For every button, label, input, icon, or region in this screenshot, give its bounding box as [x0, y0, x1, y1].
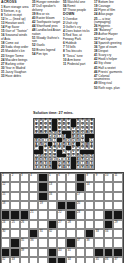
main-grid-cell[interactable] [76, 257, 85, 263]
solution-grid-cell: M [89, 165, 94, 169]
main-grid-cell[interactable] [104, 238, 113, 247]
main-grid-cell[interactable] [1, 238, 10, 247]
solution-letter: R [63, 162, 66, 164]
main-grid-cell[interactable] [10, 182, 19, 191]
clue-number: 50 [94, 86, 98, 90]
main-grid-cell[interactable]: 34 [104, 229, 113, 238]
solution-letter: M [72, 135, 75, 137]
main-grid-cell[interactable]: 29 [113, 220, 122, 229]
main-grid-cell[interactable]: 7 [66, 173, 75, 182]
solution-letter: T [58, 135, 61, 137]
main-grid-cell[interactable]: 37 [76, 238, 85, 247]
cell-number: 13 [49, 183, 52, 186]
main-grid-cell[interactable] [57, 192, 66, 201]
main-grid-black-cell [38, 192, 47, 201]
cell-number: 3 [21, 174, 23, 177]
solution-letter: E [86, 166, 89, 168]
solution-letter: R [63, 143, 66, 145]
cell-number: 33 [96, 230, 99, 233]
solution-letter: P [44, 147, 47, 149]
solution-letter: O [40, 120, 43, 122]
solution-letter: S [77, 120, 80, 122]
main-grid-cell[interactable]: 43 [10, 257, 19, 263]
main-grid-cell[interactable]: 15 [1, 192, 10, 201]
solution-letter: T [67, 120, 70, 122]
solution-letter: D [63, 124, 66, 126]
cell-number: 36 [30, 239, 33, 242]
main-grid-cell[interactable]: 42 [1, 257, 10, 263]
main-grid-black-cell [85, 229, 94, 238]
cell-number: 16 [49, 193, 52, 196]
main-grid-cell[interactable] [10, 229, 19, 238]
cell-number: 41 [68, 249, 71, 252]
main-grid-cell[interactable]: 28 [66, 220, 75, 229]
solution-letter: L [86, 124, 89, 126]
solution-letter: A [35, 143, 38, 145]
main-grid-cell[interactable] [104, 201, 113, 210]
main-grid-cell[interactable] [48, 210, 57, 219]
cell-number: 30 [2, 230, 5, 233]
solution-letter: O [44, 143, 47, 145]
main-grid-black-cell [48, 248, 57, 257]
solution-letter: G [58, 147, 61, 149]
main-grid-black-cell [66, 238, 75, 247]
main-grid-cell[interactable]: 41 [66, 248, 75, 257]
solution-letter: O [58, 162, 61, 164]
main-grid-cell[interactable]: 13 [48, 182, 57, 191]
main-grid-cell[interactable] [94, 201, 103, 210]
main-grid-cell[interactable]: 10 [104, 173, 113, 182]
main-grid-cell[interactable] [85, 248, 94, 257]
main-grid-cell[interactable] [20, 229, 29, 238]
solution-letter: A [90, 124, 93, 126]
solution-letter: M [35, 139, 38, 141]
solution-letter: E [90, 143, 93, 145]
cell-number: 8 [86, 174, 88, 177]
main-grid-cell[interactable] [94, 210, 103, 219]
solution-letter: I [44, 139, 47, 141]
solution-letter: O [40, 139, 43, 141]
solution-letter: O [81, 147, 84, 149]
solution-letter: O [53, 158, 56, 160]
solution-letter: Y [40, 166, 43, 168]
main-grid-cell[interactable] [10, 192, 19, 201]
main-grid-cell[interactable]: 19 [38, 201, 47, 210]
main-grid-black-cell [10, 238, 19, 247]
main-grid-black-cell [48, 220, 57, 229]
main-grid-cell[interactable] [38, 257, 47, 263]
main-grid-cell[interactable]: 9 [94, 173, 103, 182]
main-grid-cell[interactable] [85, 192, 94, 201]
clue-column-2: 35 Hunger reminder37 Dull speaker's deli… [32, 1, 61, 57]
solution-letter: E [90, 132, 93, 134]
solution-letter: E [67, 124, 70, 126]
solution-letter: S [44, 162, 47, 164]
solution-letter: T [77, 166, 80, 168]
main-grid-cell[interactable]: 3 [20, 173, 29, 182]
main-grid-black-cell [94, 248, 103, 257]
main-grid-cell[interactable] [29, 192, 38, 201]
main-grid-black-cell [57, 257, 66, 263]
main-grid-cell[interactable]: 18 [1, 201, 10, 210]
main-grid-cell[interactable] [57, 182, 66, 191]
main-grid-cell[interactable]: 36 [29, 238, 38, 247]
clue-number: 16 [1, 33, 5, 37]
cell-number: 34 [105, 230, 108, 233]
main-grid-cell[interactable]: 6 [57, 173, 66, 182]
main-grid-cell[interactable] [20, 192, 29, 201]
solution-letter: G [49, 158, 52, 160]
solution-letter: O [77, 128, 80, 130]
main-grid-cell[interactable] [94, 238, 103, 247]
main-grid-black-cell [104, 248, 113, 257]
main-grid-cell[interactable]: 47 [113, 257, 122, 263]
solution-letter: B [53, 151, 56, 153]
crossword-grid: 1234567891011121314151617181920212223242… [0, 172, 124, 263]
solution-letter: A [77, 158, 80, 160]
solution-letter: O [81, 128, 84, 130]
solution-letter: I [67, 151, 70, 153]
cell-number: 24 [2, 221, 5, 224]
cell-number: 47 [114, 258, 117, 261]
solution-letter: S [77, 139, 80, 141]
cell-number: 4 [30, 174, 32, 177]
main-grid-cell[interactable] [113, 238, 122, 247]
main-grid-cell[interactable]: 46 [104, 257, 113, 263]
solution-letter: C [77, 124, 80, 126]
cell-number: 38 [86, 239, 89, 242]
solution-letter: L [72, 151, 75, 153]
cell-number: 39 [21, 249, 24, 252]
solution-letter: T [35, 128, 38, 130]
solution-letter: S [44, 151, 47, 153]
solution-letter: S [72, 128, 75, 130]
main-grid-black-cell [38, 173, 47, 182]
main-grid-cell[interactable] [66, 229, 75, 238]
solution-letter: A [86, 132, 89, 134]
solution-letter: L [49, 135, 52, 137]
main-grid-black-cell [10, 248, 19, 257]
main-grid-cell[interactable] [20, 201, 29, 210]
cell-number: 20 [77, 202, 80, 205]
solution-letter: R [40, 162, 43, 164]
solution-letter: E [35, 132, 38, 134]
cell-number: 15 [2, 193, 5, 196]
solution-letter: N [53, 147, 56, 149]
solution-letter: L [63, 151, 66, 153]
solution-letter: G [53, 132, 56, 134]
solution-letter: A [63, 120, 66, 122]
across-clues-part1: 1 Barn storage area5 Stetson, e.g.8 Tick… [1, 6, 30, 79]
solution-letter: P [35, 147, 38, 149]
main-grid-cell[interactable] [29, 201, 38, 210]
clue-item: 37 Dull speaker's delivery [32, 5, 61, 12]
main-grid-black-cell [10, 210, 19, 219]
main-grid-cell[interactable]: 14 [85, 182, 94, 191]
main-grid-cell[interactable]: 2 [10, 173, 19, 182]
solution-letter: I [63, 158, 66, 160]
solution-letter: L [58, 158, 61, 160]
main-grid-black-cell [113, 210, 122, 219]
solution-letter: T [49, 155, 52, 157]
solution-letter: E [44, 166, 47, 168]
main-grid-cell[interactable] [10, 201, 19, 210]
solution-letter: S [90, 162, 93, 164]
clue-number: 37 [32, 4, 36, 8]
main-grid-cell[interactable]: 5 [48, 173, 57, 182]
cell-number: 7 [68, 174, 70, 177]
main-grid-cell[interactable] [104, 182, 113, 191]
cell-number: 44 [68, 258, 71, 261]
main-grid-cell[interactable] [85, 210, 94, 219]
main-grid-black-cell [38, 182, 47, 191]
solution-letter: L [81, 135, 84, 137]
solution-letter: O [63, 128, 66, 130]
cell-number: 19 [40, 202, 43, 205]
solution-letter: S [63, 147, 66, 149]
solution-letter: L [35, 120, 38, 122]
cell-number: 35 [21, 239, 24, 242]
main-grid-cell[interactable] [76, 248, 85, 257]
solution-letter: S [49, 139, 52, 141]
main-grid-cell[interactable] [76, 220, 85, 229]
main-grid-cell[interactable]: 21 [29, 210, 38, 219]
cell-number: 1 [2, 174, 4, 177]
cell-number: 26 [21, 221, 24, 224]
solution-letter: M [40, 132, 43, 134]
clue-column-4: 17 Bottom line19 Courage22 Flynn of film… [94, 1, 123, 91]
main-grid-cell[interactable] [20, 257, 29, 263]
solution-letter: O [86, 155, 89, 157]
solution-letter: T [81, 120, 84, 122]
solution-letter: S [53, 143, 56, 145]
cell-number: 6 [58, 174, 60, 177]
main-grid-cell[interactable] [29, 220, 38, 229]
solution-letter: B [86, 162, 89, 164]
solution-letter: S [90, 128, 93, 130]
main-grid-cell[interactable]: 17 [76, 192, 85, 201]
across-clues-part2: 35 Hunger reminder37 Dull speaker's deli… [32, 1, 61, 56]
solution-letter: L [90, 139, 93, 141]
main-grid-cell[interactable] [94, 220, 103, 229]
main-grid-cell[interactable] [104, 192, 113, 201]
main-grid-cell[interactable]: 32 [48, 229, 57, 238]
main-grid-cell[interactable]: 11 [113, 173, 122, 182]
solution-letter: T [53, 139, 56, 141]
main-grid-cell[interactable]: 25 [10, 220, 19, 229]
solution-answer-grid: LOFTHATSTUBAROWODECOLATERIMONSOONSEMERGE… [33, 118, 95, 170]
solution-letter: O [40, 158, 43, 160]
main-grid-cell[interactable]: 26 [20, 220, 29, 229]
solution-letter: A [63, 166, 66, 168]
main-grid-cell[interactable] [66, 192, 75, 201]
solution-letter: D [72, 147, 75, 149]
solution-letter: H [72, 143, 75, 145]
main-grid-cell[interactable] [94, 182, 103, 191]
cell-number: 43 [12, 258, 15, 261]
cell-number: 9 [96, 174, 98, 177]
main-grid-cell[interactable]: 39 [20, 248, 29, 257]
solution-letter: A [58, 143, 61, 145]
main-grid-cell[interactable]: 24 [1, 220, 10, 229]
main-grid-black-cell [76, 173, 85, 182]
solution-letter: I [81, 162, 84, 164]
clue-number: 54 [32, 52, 36, 56]
cell-number: 23 [77, 211, 80, 214]
main-grid-cell[interactable] [113, 192, 122, 201]
down-clues-part1: 1 Overdue2 Utah city3 Golfer's cry4 Does… [63, 18, 92, 66]
main-grid-cell[interactable]: 8 [85, 173, 94, 182]
main-grid-cell[interactable] [57, 238, 66, 247]
main-grid-cell[interactable]: 16 [48, 192, 57, 201]
main-grid-cell[interactable] [57, 229, 66, 238]
cell-number: 32 [49, 230, 52, 233]
clue-number: 48 [32, 28, 36, 32]
main-grid-cell[interactable] [38, 210, 47, 219]
cell-number: 12 [2, 183, 5, 186]
main-grid-cell[interactable] [76, 229, 85, 238]
main-grid-black-cell [1, 210, 10, 219]
main-grid-cell[interactable]: 45 [94, 257, 103, 263]
main-grid-cell[interactable]: 33 [94, 229, 103, 238]
clue-number: 51 [32, 36, 36, 40]
solution-letter: M [35, 158, 38, 160]
cell-number: 27 [58, 221, 61, 224]
solution-letter: R [49, 166, 52, 168]
main-grid-cell[interactable]: 12 [1, 182, 10, 191]
clue-item: 50 Roth svgs. plan [94, 87, 123, 90]
main-grid-cell[interactable]: 27 [57, 220, 66, 229]
solution-letter: T [49, 120, 52, 122]
solution-letter: C [81, 132, 84, 134]
main-grid-black-cell [104, 220, 113, 229]
main-grid-cell[interactable] [38, 220, 47, 229]
main-grid-cell[interactable] [113, 201, 122, 210]
clue-number: 11 [63, 62, 67, 66]
solution-letter: T [81, 139, 84, 141]
solution-letter: E [35, 162, 38, 164]
solution-letter: R [49, 132, 52, 134]
main-grid-cell[interactable]: 1 [1, 173, 10, 182]
main-grid-cell[interactable] [29, 257, 38, 263]
solution-letter: A [67, 158, 70, 160]
cell-number: 2 [12, 174, 14, 177]
solution-letter: E [35, 166, 38, 168]
main-grid-cell[interactable] [113, 182, 122, 191]
main-grid-black-cell [76, 182, 85, 191]
solution-letter: P [58, 166, 61, 168]
main-grid-cell[interactable] [29, 248, 38, 257]
clue-number: 33 [1, 74, 5, 78]
solution-letter: R [44, 128, 47, 130]
solution-letter: E [44, 155, 47, 157]
main-grid-cell[interactable] [48, 238, 57, 247]
cell-number: 11 [114, 174, 117, 177]
solution-letter: L [86, 158, 89, 160]
main-grid-cell[interactable]: 38 [85, 238, 94, 247]
clue-item: 33 Have debts [1, 75, 30, 78]
solution-letter: O [81, 124, 84, 126]
solution-letter: S [67, 155, 70, 157]
solution-letter: N [86, 128, 89, 130]
main-grid-cell[interactable] [38, 248, 47, 257]
solution-letter: Y [77, 151, 80, 153]
solution-letter: Y [67, 166, 70, 168]
main-grid-cell[interactable] [85, 201, 94, 210]
main-grid-cell[interactable] [85, 257, 94, 263]
main-grid-cell[interactable]: 35 [20, 238, 29, 247]
main-grid-cell[interactable]: 20 [76, 201, 85, 210]
solution-letter: N [81, 155, 84, 157]
main-grid-cell[interactable]: 30 [1, 229, 10, 238]
main-grid-cell[interactable]: 22 [57, 210, 66, 219]
main-grid-cell[interactable] [66, 182, 75, 191]
main-grid-cell[interactable] [20, 182, 29, 191]
clue-item: 54 Pen tips [32, 53, 61, 56]
main-grid-black-cell [66, 201, 75, 210]
solution-letter: U [72, 132, 75, 134]
solution-letter: W [86, 143, 89, 145]
cell-number: 40 [58, 249, 61, 252]
main-grid-cell[interactable] [85, 220, 94, 229]
main-grid-cell[interactable] [29, 182, 38, 191]
solution-letter: A [35, 124, 38, 126]
cell-number: 45 [96, 258, 99, 261]
solution-letter: O [81, 143, 84, 145]
solution-letter: H [58, 120, 61, 122]
down-clues-part2: 17 Bottom line19 Courage22 Flynn of film… [94, 1, 123, 90]
solution-letter: R [81, 158, 84, 160]
cell-number: 28 [68, 221, 71, 224]
clue-column-1: ACROSS 1 Barn storage area5 Stetson, e.g… [1, 1, 30, 79]
cell-number: 22 [58, 211, 61, 214]
main-grid-cell[interactable] [38, 238, 47, 247]
main-grid-cell[interactable]: 40 [57, 248, 66, 257]
solution-letter: E [40, 128, 43, 130]
cell-number: 31 [40, 230, 43, 233]
cell-number: 5 [49, 174, 51, 177]
solution-letter: O [72, 139, 75, 141]
cell-number: 18 [2, 202, 5, 205]
solution-letter: E [77, 135, 80, 137]
solution-letter: E [90, 147, 93, 149]
solution-letter: U [86, 120, 89, 122]
solution-letter: B [90, 120, 93, 122]
main-grid-cell[interactable]: 44 [66, 257, 75, 263]
main-grid-cell[interactable]: 4 [29, 173, 38, 182]
solution-letter: N [67, 128, 70, 130]
cell-number: 46 [105, 258, 108, 261]
main-grid-black-cell [66, 210, 75, 219]
solution-letter: M [90, 166, 93, 168]
main-grid-cell[interactable] [94, 192, 103, 201]
clue-number: 25 [94, 17, 98, 21]
main-grid-cell[interactable] [113, 229, 122, 238]
main-grid-black-cell [113, 248, 122, 257]
main-grid-cell[interactable] [48, 201, 57, 210]
main-grid-black-cell [29, 229, 38, 238]
solution-letter: O [90, 158, 93, 160]
main-grid-cell[interactable]: 23 [76, 210, 85, 219]
solution-letter: R [77, 147, 80, 149]
cell-number: 29 [114, 221, 117, 224]
main-grid-black-cell [104, 210, 113, 219]
main-grid-cell[interactable]: 31 [38, 229, 47, 238]
clue-item: 11 Pedestal part [63, 63, 92, 66]
solution-letter: H [53, 155, 56, 157]
solution-letter: I [49, 128, 52, 130]
solution-letter: E [44, 132, 47, 134]
